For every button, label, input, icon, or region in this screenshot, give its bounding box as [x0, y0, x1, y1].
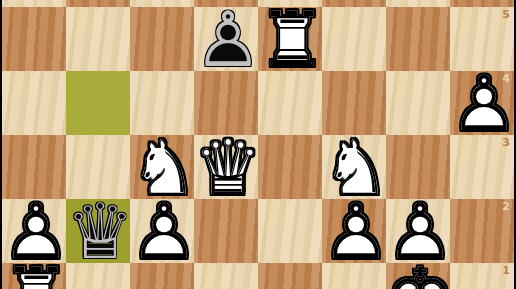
white-rook[interactable]: ♜♖: [258, 7, 322, 71]
white-queen[interactable]: ♛♕: [194, 135, 258, 199]
square-b4-highlighted[interactable]: [66, 71, 130, 135]
square-f1[interactable]: [322, 263, 386, 289]
white-king-detail-glyph: ♔: [386, 264, 450, 289]
square-g5[interactable]: [386, 7, 450, 71]
square-e3[interactable]: [258, 135, 322, 199]
square-a5[interactable]: [2, 7, 66, 71]
black-pawn[interactable]: ♟♙: [194, 7, 258, 71]
square-d2[interactable]: [194, 199, 258, 263]
white-pawn[interactable]: ♟♙: [322, 199, 386, 263]
square-h3[interactable]: 3: [450, 135, 514, 199]
white-pawn-detail-glyph: ♙: [130, 200, 194, 264]
rank-coordinate-3: 3: [502, 136, 510, 149]
square-d1[interactable]: [194, 263, 258, 289]
square-b2-highlighted[interactable]: ♛♕: [66, 199, 130, 263]
rank-coordinate-1: 1: [502, 264, 510, 277]
white-rook[interactable]: ♜♖: [2, 263, 66, 289]
square-a4[interactable]: [2, 71, 66, 135]
rank-coordinate-5: 5: [502, 8, 510, 21]
square-a1[interactable]: ♜♖: [2, 263, 66, 289]
rank-coordinate-2: 2: [502, 200, 510, 213]
chess-board-screenshot: ♟♙♜♖54♟♙♞♘♛♕♞♘3♟♙♛♕♟♙♟♙♟♙2♜♖♚♔1: [0, 0, 516, 289]
square-g6[interactable]: [386, 0, 450, 7]
white-pawn[interactable]: ♟♙: [130, 199, 194, 263]
white-rook-detail-glyph: ♖: [2, 264, 66, 289]
square-f6[interactable]: [322, 0, 386, 7]
black-pawn-detail-glyph: ♙: [194, 8, 258, 72]
white-queen-detail-glyph: ♕: [194, 136, 258, 200]
square-f5[interactable]: [322, 7, 386, 71]
square-h2[interactable]: 2: [450, 199, 514, 263]
white-pawn[interactable]: ♟♙: [450, 71, 514, 135]
square-b1[interactable]: [66, 263, 130, 289]
chess-board: ♟♙♜♖54♟♙♞♘♛♕♞♘3♟♙♛♕♟♙♟♙♟♙2♜♖♚♔1: [2, 0, 514, 289]
white-rook-detail-glyph: ♖: [258, 8, 322, 72]
square-c6[interactable]: [130, 0, 194, 7]
square-g4[interactable]: [386, 71, 450, 135]
black-queen[interactable]: ♛♕: [66, 199, 130, 263]
square-b5[interactable]: [66, 7, 130, 71]
square-e4[interactable]: [258, 71, 322, 135]
square-h4[interactable]: 4♟♙: [450, 71, 514, 135]
black-queen-detail-glyph: ♕: [66, 200, 130, 264]
square-h6[interactable]: [450, 0, 514, 7]
square-f2[interactable]: ♟♙: [322, 199, 386, 263]
white-pawn-detail-glyph: ♙: [322, 200, 386, 264]
square-e2[interactable]: [258, 199, 322, 263]
square-d3[interactable]: ♛♕: [194, 135, 258, 199]
square-c2[interactable]: ♟♙: [130, 199, 194, 263]
square-c5[interactable]: [130, 7, 194, 71]
square-h1[interactable]: 1: [450, 263, 514, 289]
square-g1[interactable]: ♚♔: [386, 263, 450, 289]
square-e1[interactable]: [258, 263, 322, 289]
square-d5[interactable]: ♟♙: [194, 7, 258, 71]
square-b6[interactable]: [66, 0, 130, 7]
square-c1[interactable]: [130, 263, 194, 289]
white-pawn-detail-glyph: ♙: [450, 72, 514, 136]
white-king[interactable]: ♚♔: [386, 263, 450, 289]
square-e5[interactable]: ♜♖: [258, 7, 322, 71]
square-a6[interactable]: [2, 0, 66, 7]
